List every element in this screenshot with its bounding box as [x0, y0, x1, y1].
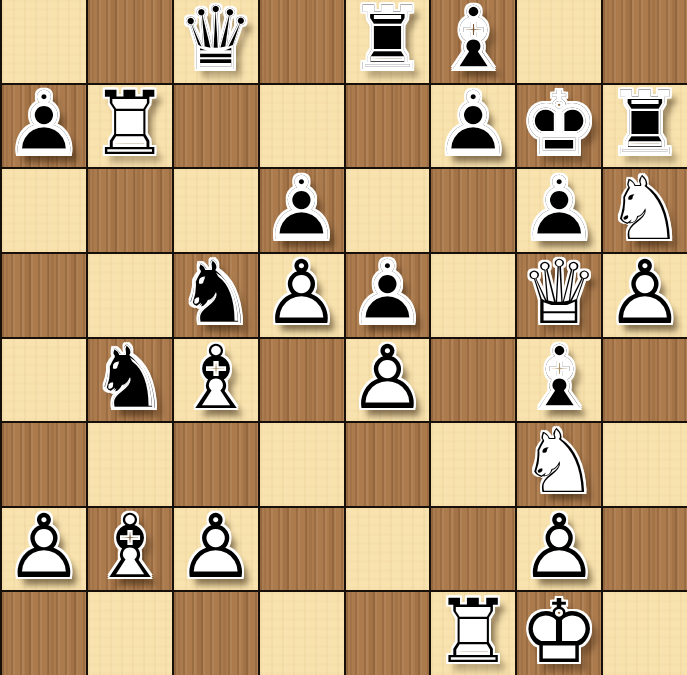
square-g6[interactable]: ♟♙ — [517, 169, 601, 252]
square-f8[interactable]: ♝♗ — [431, 0, 515, 83]
square-a7[interactable]: ♟♙ — [2, 85, 86, 168]
white-pawn-piece[interactable]: ♟♙ — [174, 508, 258, 591]
square-c6[interactable] — [174, 169, 258, 252]
square-h7[interactable]: ♜♖ — [603, 85, 687, 168]
square-c1[interactable] — [174, 592, 258, 675]
square-d5[interactable]: ♟♙ — [260, 254, 344, 337]
white-rook-piece[interactable]: ♜♖ — [88, 85, 172, 168]
square-g2[interactable]: ♟♙ — [517, 508, 601, 591]
square-h4[interactable] — [603, 339, 687, 422]
black-queen-piece[interactable]: ♛♕ — [174, 0, 258, 83]
square-f2[interactable] — [431, 508, 515, 591]
square-b4[interactable]: ♞♘ — [88, 339, 172, 422]
square-h8[interactable] — [603, 0, 687, 83]
square-g5[interactable]: ♛♕ — [517, 254, 601, 337]
white-queen-piece[interactable]: ♛♕ — [517, 254, 601, 337]
black-pawn-piece[interactable]: ♟♙ — [260, 169, 344, 252]
square-h1[interactable] — [603, 592, 687, 675]
square-c3[interactable] — [174, 423, 258, 506]
square-h3[interactable] — [603, 423, 687, 506]
white-knight-piece[interactable]: ♞♘ — [517, 423, 601, 506]
square-e1[interactable] — [346, 592, 430, 675]
white-knight-glyph-outline: ♘ — [603, 169, 687, 252]
white-pawn-glyph-outline: ♙ — [346, 339, 430, 422]
square-d1[interactable] — [260, 592, 344, 675]
square-f3[interactable] — [431, 423, 515, 506]
square-c2[interactable]: ♟♙ — [174, 508, 258, 591]
square-a1[interactable] — [2, 592, 86, 675]
black-queen-glyph-outline: ♕ — [174, 0, 258, 83]
square-h2[interactable] — [603, 508, 687, 591]
white-king-piece[interactable]: ♚♔ — [517, 592, 601, 675]
square-c7[interactable] — [174, 85, 258, 168]
white-bishop-piece[interactable]: ♝♗ — [174, 339, 258, 422]
square-e2[interactable] — [346, 508, 430, 591]
white-pawn-piece[interactable]: ♟♙ — [346, 339, 430, 422]
black-rook-piece[interactable]: ♜♖ — [603, 85, 687, 168]
square-g1[interactable]: ♚♔ — [517, 592, 601, 675]
white-pawn-piece[interactable]: ♟♙ — [517, 508, 601, 591]
square-e3[interactable] — [346, 423, 430, 506]
square-f1[interactable]: ♜♖ — [431, 592, 515, 675]
black-knight-piece[interactable]: ♞♘ — [174, 254, 258, 337]
chess-board-container: ♛♕♜♖♝♗♟♙♜♖♟♙♚♔♜♖♟♙♟♙♞♘♞♘♟♙♟♙♛♕♟♙♞♘♝♗♟♙♝♗… — [0, 0, 687, 675]
square-c4[interactable]: ♝♗ — [174, 339, 258, 422]
white-pawn-glyph-outline: ♙ — [260, 254, 344, 337]
square-d2[interactable] — [260, 508, 344, 591]
square-e4[interactable]: ♟♙ — [346, 339, 430, 422]
square-e8[interactable]: ♜♖ — [346, 0, 430, 83]
black-bishop-glyph-outline: ♗ — [517, 339, 601, 422]
square-b1[interactable] — [88, 592, 172, 675]
white-bishop-glyph-outline: ♗ — [174, 339, 258, 422]
white-pawn-glyph-outline: ♙ — [2, 508, 86, 591]
square-d4[interactable] — [260, 339, 344, 422]
square-b7[interactable]: ♜♖ — [88, 85, 172, 168]
white-pawn-piece[interactable]: ♟♙ — [2, 508, 86, 591]
black-pawn-glyph-outline: ♙ — [431, 85, 515, 168]
square-d6[interactable]: ♟♙ — [260, 169, 344, 252]
black-pawn-glyph-outline: ♙ — [260, 169, 344, 252]
white-pawn-piece[interactable]: ♟♙ — [603, 254, 687, 337]
black-bishop-glyph-outline: ♗ — [431, 0, 515, 83]
white-knight-piece[interactable]: ♞♘ — [603, 169, 687, 252]
square-e5[interactable]: ♟♙ — [346, 254, 430, 337]
square-f4[interactable] — [431, 339, 515, 422]
white-bishop-glyph-outline: ♗ — [88, 508, 172, 591]
black-pawn-piece[interactable]: ♟♙ — [346, 254, 430, 337]
white-pawn-glyph-outline: ♙ — [603, 254, 687, 337]
square-b8[interactable] — [88, 0, 172, 83]
black-pawn-piece[interactable]: ♟♙ — [431, 85, 515, 168]
square-f6[interactable] — [431, 169, 515, 252]
black-pawn-glyph-outline: ♙ — [517, 169, 601, 252]
square-c5[interactable]: ♞♘ — [174, 254, 258, 337]
square-g8[interactable] — [517, 0, 601, 83]
square-b6[interactable] — [88, 169, 172, 252]
square-b3[interactable] — [88, 423, 172, 506]
white-pawn-glyph-outline: ♙ — [517, 508, 601, 591]
white-bishop-piece[interactable]: ♝♗ — [88, 508, 172, 591]
square-a6[interactable] — [2, 169, 86, 252]
square-c8[interactable]: ♛♕ — [174, 0, 258, 83]
black-rook-glyph-outline: ♖ — [603, 85, 687, 168]
black-rook-piece[interactable]: ♜♖ — [346, 0, 430, 83]
black-rook-glyph-outline: ♖ — [346, 0, 430, 83]
square-d3[interactable] — [260, 423, 344, 506]
square-d7[interactable] — [260, 85, 344, 168]
black-king-piece[interactable]: ♚♔ — [517, 85, 601, 168]
square-f5[interactable] — [431, 254, 515, 337]
square-g4[interactable]: ♝♗ — [517, 339, 601, 422]
square-a4[interactable] — [2, 339, 86, 422]
square-h6[interactable]: ♞♘ — [603, 169, 687, 252]
black-knight-piece[interactable]: ♞♘ — [88, 339, 172, 422]
square-f7[interactable]: ♟♙ — [431, 85, 515, 168]
black-knight-glyph-outline: ♘ — [174, 254, 258, 337]
black-bishop-piece[interactable]: ♝♗ — [431, 0, 515, 83]
square-h5[interactable]: ♟♙ — [603, 254, 687, 337]
white-knight-glyph-outline: ♘ — [517, 423, 601, 506]
square-d8[interactable] — [260, 0, 344, 83]
white-pawn-glyph-outline: ♙ — [174, 508, 258, 591]
square-g7[interactable]: ♚♔ — [517, 85, 601, 168]
black-bishop-piece[interactable]: ♝♗ — [517, 339, 601, 422]
square-a3[interactable] — [2, 423, 86, 506]
white-rook-piece[interactable]: ♜♖ — [431, 592, 515, 675]
square-a8[interactable] — [2, 0, 86, 83]
white-king-glyph-outline: ♔ — [517, 592, 601, 675]
black-pawn-piece[interactable]: ♟♙ — [2, 85, 86, 168]
white-queen-glyph-outline: ♕ — [517, 254, 601, 337]
square-e7[interactable] — [346, 85, 430, 168]
black-pawn-piece[interactable]: ♟♙ — [517, 169, 601, 252]
square-b5[interactable] — [88, 254, 172, 337]
black-knight-glyph-outline: ♘ — [88, 339, 172, 422]
chess-board: ♛♕♜♖♝♗♟♙♜♖♟♙♚♔♜♖♟♙♟♙♞♘♞♘♟♙♟♙♛♕♟♙♞♘♝♗♟♙♝♗… — [0, 0, 687, 675]
black-pawn-glyph-outline: ♙ — [2, 85, 86, 168]
black-king-glyph-outline: ♔ — [517, 85, 601, 168]
square-e6[interactable] — [346, 169, 430, 252]
square-b2[interactable]: ♝♗ — [88, 508, 172, 591]
square-a2[interactable]: ♟♙ — [2, 508, 86, 591]
square-g3[interactable]: ♞♘ — [517, 423, 601, 506]
white-pawn-piece[interactable]: ♟♙ — [260, 254, 344, 337]
white-rook-glyph-outline: ♖ — [431, 592, 515, 675]
black-pawn-glyph-outline: ♙ — [346, 254, 430, 337]
white-rook-glyph-outline: ♖ — [88, 85, 172, 168]
square-a5[interactable] — [2, 254, 86, 337]
